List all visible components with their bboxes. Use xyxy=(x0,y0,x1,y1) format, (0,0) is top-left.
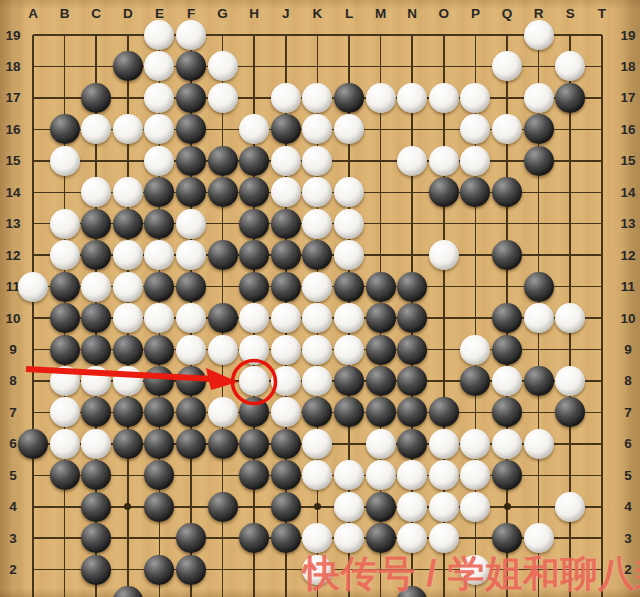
column-label-top: F xyxy=(180,6,202,21)
stone-white-G7 xyxy=(208,397,238,427)
row-label-right: 15 xyxy=(617,153,639,168)
stone-black-Q10 xyxy=(492,303,522,333)
stone-white-O15 xyxy=(429,146,459,176)
stone-white-N15 xyxy=(397,146,427,176)
stone-black-D6 xyxy=(113,429,143,459)
row-label-right: 11 xyxy=(617,279,639,294)
stone-black-F8 xyxy=(176,366,206,396)
stone-white-P4 xyxy=(460,492,490,522)
stone-white-D11 xyxy=(113,272,143,302)
row-label-left: 14 xyxy=(1,185,25,200)
star-point xyxy=(504,503,511,510)
stone-black-F17 xyxy=(176,83,206,113)
stone-black-M8 xyxy=(366,366,396,396)
row-label-left: 9 xyxy=(1,342,25,357)
stone-white-G9 xyxy=(208,335,238,365)
stone-black-F3 xyxy=(176,523,206,553)
stone-white-O17 xyxy=(429,83,459,113)
row-label-right: 19 xyxy=(617,28,639,43)
stone-black-L17 xyxy=(334,83,364,113)
stone-black-M10 xyxy=(366,303,396,333)
row-label-right: 13 xyxy=(617,216,639,231)
stone-black-J5 xyxy=(271,460,301,490)
stone-black-C17 xyxy=(81,83,111,113)
column-label-top: S xyxy=(559,6,581,21)
stone-white-J9 xyxy=(271,335,301,365)
stone-white-C6 xyxy=(81,429,111,459)
stone-white-C8 xyxy=(81,366,111,396)
stone-black-D13 xyxy=(113,209,143,239)
row-label-left: 3 xyxy=(1,531,25,546)
row-label-left: 12 xyxy=(1,248,25,263)
column-label-top: B xyxy=(54,6,76,21)
stone-white-L4 xyxy=(334,492,364,522)
stone-black-H15 xyxy=(239,146,269,176)
stone-white-D14 xyxy=(113,177,143,207)
stone-black-G14 xyxy=(208,177,238,207)
stone-black-B5 xyxy=(50,460,80,490)
stone-black-E2 xyxy=(144,555,174,585)
stone-white-J17 xyxy=(271,83,301,113)
stone-white-L12 xyxy=(334,240,364,270)
column-label-top: A xyxy=(22,6,44,21)
stone-white-F13 xyxy=(176,209,206,239)
stone-white-G17 xyxy=(208,83,238,113)
column-label-top: N xyxy=(401,6,423,21)
stone-black-M11 xyxy=(366,272,396,302)
column-label-top: T xyxy=(591,6,613,21)
stone-white-M17 xyxy=(366,83,396,113)
row-label-right: 18 xyxy=(617,59,639,74)
column-label-top: O xyxy=(433,6,455,21)
stone-black-J12 xyxy=(271,240,301,270)
column-label-top: L xyxy=(338,6,360,21)
grid-line-vertical xyxy=(601,35,603,597)
stone-white-B13 xyxy=(50,209,80,239)
stone-black-R16 xyxy=(524,114,554,144)
stone-white-B7 xyxy=(50,397,80,427)
stone-black-L11 xyxy=(334,272,364,302)
row-label-left: 5 xyxy=(1,468,25,483)
column-label-top: M xyxy=(370,6,392,21)
stone-black-B11 xyxy=(50,272,80,302)
grid-line-vertical xyxy=(32,35,34,597)
column-label-top: Q xyxy=(496,6,518,21)
stone-black-F2 xyxy=(176,555,206,585)
stone-white-R19 xyxy=(524,20,554,50)
row-label-left: 13 xyxy=(1,216,25,231)
column-label-top: D xyxy=(117,6,139,21)
stone-black-G15 xyxy=(208,146,238,176)
row-label-left: 19 xyxy=(1,28,25,43)
stone-black-E4 xyxy=(144,492,174,522)
stone-white-K9 xyxy=(302,335,332,365)
row-label-right: 8 xyxy=(617,373,639,388)
row-label-left: 16 xyxy=(1,122,25,137)
column-label-top: E xyxy=(148,6,170,21)
stone-black-G10 xyxy=(208,303,238,333)
stone-black-H6 xyxy=(239,429,269,459)
stone-black-H13 xyxy=(239,209,269,239)
stone-black-D7 xyxy=(113,397,143,427)
row-label-left: 15 xyxy=(1,153,25,168)
stone-black-J4 xyxy=(271,492,301,522)
row-label-right: 12 xyxy=(617,248,639,263)
stone-black-C2 xyxy=(81,555,111,585)
stone-white-O6 xyxy=(429,429,459,459)
stone-black-J6 xyxy=(271,429,301,459)
stone-white-O12 xyxy=(429,240,459,270)
stone-black-M4 xyxy=(366,492,396,522)
go-board-screenshot: ABCDEFGHJKLMNOPQRST191918181717161615151… xyxy=(0,0,640,597)
stone-white-G18 xyxy=(208,51,238,81)
stone-white-D8 xyxy=(113,366,143,396)
stone-white-J10 xyxy=(271,303,301,333)
stone-white-N4 xyxy=(397,492,427,522)
stone-white-B15 xyxy=(50,146,80,176)
stone-black-G4 xyxy=(208,492,238,522)
row-label-right: 7 xyxy=(617,405,639,420)
stone-white-O4 xyxy=(429,492,459,522)
stone-black-J13 xyxy=(271,209,301,239)
watermark-text: 快传号 / 学姐和聊八卦 xyxy=(303,549,640,597)
stone-black-B16 xyxy=(50,114,80,144)
stone-black-R8 xyxy=(524,366,554,396)
stone-black-M9 xyxy=(366,335,396,365)
stone-white-D10 xyxy=(113,303,143,333)
row-label-left: 8 xyxy=(1,373,25,388)
stone-white-J15 xyxy=(271,146,301,176)
stone-black-J3 xyxy=(271,523,301,553)
stone-black-E11 xyxy=(144,272,174,302)
stone-black-F6 xyxy=(176,429,206,459)
stone-black-C4 xyxy=(81,492,111,522)
stone-black-R15 xyxy=(524,146,554,176)
stone-black-O14 xyxy=(429,177,459,207)
stone-white-O5 xyxy=(429,460,459,490)
row-label-right: 3 xyxy=(617,531,639,546)
stone-white-D16 xyxy=(113,114,143,144)
stone-white-B6 xyxy=(50,429,80,459)
stone-white-A11 xyxy=(18,272,48,302)
stone-black-N6 xyxy=(397,429,427,459)
stone-white-S8 xyxy=(555,366,585,396)
stone-white-K11 xyxy=(302,272,332,302)
stone-white-D12 xyxy=(113,240,143,270)
stone-white-H8 xyxy=(239,366,269,396)
column-label-top: J xyxy=(275,6,297,21)
column-label-top: K xyxy=(306,6,328,21)
stone-white-J7 xyxy=(271,397,301,427)
stone-white-L10 xyxy=(334,303,364,333)
stone-white-R17 xyxy=(524,83,554,113)
stone-white-R6 xyxy=(524,429,554,459)
stone-white-P15 xyxy=(460,146,490,176)
stone-white-R10 xyxy=(524,303,554,333)
stone-black-S17 xyxy=(555,83,585,113)
stone-white-C11 xyxy=(81,272,111,302)
stone-black-L8 xyxy=(334,366,364,396)
row-label-left: 17 xyxy=(1,90,25,105)
column-label-top: R xyxy=(528,6,550,21)
stone-white-H9 xyxy=(239,335,269,365)
row-label-right: 14 xyxy=(617,185,639,200)
stone-white-F19 xyxy=(176,20,206,50)
stone-black-G12 xyxy=(208,240,238,270)
stone-black-H11 xyxy=(239,272,269,302)
stone-black-O7 xyxy=(429,397,459,427)
stone-white-E15 xyxy=(144,146,174,176)
stone-white-M5 xyxy=(366,460,396,490)
stone-white-L13 xyxy=(334,209,364,239)
stone-white-N17 xyxy=(397,83,427,113)
stone-black-N9 xyxy=(397,335,427,365)
stone-white-B12 xyxy=(50,240,80,270)
stone-white-K15 xyxy=(302,146,332,176)
row-label-right: 6 xyxy=(617,436,639,451)
stone-black-D9 xyxy=(113,335,143,365)
row-label-right: 9 xyxy=(617,342,639,357)
row-label-left: 7 xyxy=(1,405,25,420)
stone-black-F15 xyxy=(176,146,206,176)
stone-black-B10 xyxy=(50,303,80,333)
column-label-top: H xyxy=(243,6,265,21)
stone-black-N8 xyxy=(397,366,427,396)
column-label-top: G xyxy=(212,6,234,21)
stone-black-C13 xyxy=(81,209,111,239)
stone-black-F11 xyxy=(176,272,206,302)
column-label-top: C xyxy=(85,6,107,21)
stone-black-E9 xyxy=(144,335,174,365)
stone-white-M6 xyxy=(366,429,396,459)
stone-white-F12 xyxy=(176,240,206,270)
stone-white-S4 xyxy=(555,492,585,522)
stone-white-J8 xyxy=(271,366,301,396)
stone-black-B9 xyxy=(50,335,80,365)
row-label-left: 2 xyxy=(1,562,25,577)
grid-line-horizontal xyxy=(33,34,602,36)
stone-white-K13 xyxy=(302,209,332,239)
row-label-right: 17 xyxy=(617,90,639,105)
stone-white-L9 xyxy=(334,335,364,365)
row-label-right: 16 xyxy=(617,122,639,137)
row-label-left: 18 xyxy=(1,59,25,74)
stone-black-J11 xyxy=(271,272,301,302)
stone-black-G6 xyxy=(208,429,238,459)
stone-black-M7 xyxy=(366,397,396,427)
stone-black-C9 xyxy=(81,335,111,365)
row-label-left: 10 xyxy=(1,311,25,326)
stone-black-R11 xyxy=(524,272,554,302)
stone-white-P9 xyxy=(460,335,490,365)
stone-black-E13 xyxy=(144,209,174,239)
row-label-right: 5 xyxy=(617,468,639,483)
stone-white-F9 xyxy=(176,335,206,365)
row-label-left: 4 xyxy=(1,499,25,514)
stone-white-B8 xyxy=(50,366,80,396)
stone-black-N11 xyxy=(397,272,427,302)
stone-white-J14 xyxy=(271,177,301,207)
stone-black-Q12 xyxy=(492,240,522,270)
stone-white-F10 xyxy=(176,303,206,333)
row-label-right: 4 xyxy=(617,499,639,514)
column-label-top: P xyxy=(464,6,486,21)
stone-white-Q6 xyxy=(492,429,522,459)
stone-black-A6 xyxy=(18,429,48,459)
stone-black-Q9 xyxy=(492,335,522,365)
row-label-right: 10 xyxy=(617,311,639,326)
stone-black-J16 xyxy=(271,114,301,144)
stone-white-Q8 xyxy=(492,366,522,396)
